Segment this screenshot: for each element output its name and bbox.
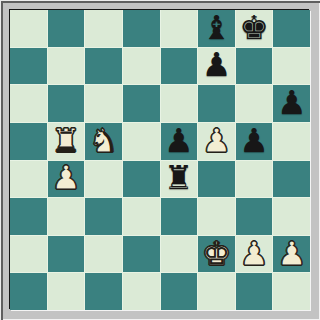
piece-white-pawn[interactable]: ♟ <box>239 237 269 270</box>
square-f6[interactable] <box>198 85 235 122</box>
square-h3[interactable] <box>273 198 310 235</box>
square-b4[interactable]: ♟ <box>48 161 85 198</box>
square-d4[interactable] <box>123 161 160 198</box>
square-a6[interactable] <box>10 85 47 122</box>
square-e4[interactable]: ♜ <box>161 161 198 198</box>
square-c5[interactable]: ♞ <box>85 123 122 160</box>
square-a5[interactable] <box>10 123 47 160</box>
square-a1[interactable] <box>10 273 47 310</box>
square-f5[interactable]: ♟ <box>198 123 235 160</box>
chess-board: ♝♚♟♟♜♞♟♟♟♟♜♚♟♟ <box>10 10 310 310</box>
square-d3[interactable] <box>123 198 160 235</box>
square-e6[interactable] <box>161 85 198 122</box>
piece-black-bishop[interactable]: ♝ <box>202 11 232 44</box>
square-e2[interactable] <box>161 236 198 273</box>
piece-white-pawn[interactable]: ♟ <box>277 237 307 270</box>
square-h2[interactable]: ♟ <box>273 236 310 273</box>
piece-black-pawn[interactable]: ♟ <box>239 124 269 157</box>
square-h1[interactable] <box>273 273 310 310</box>
piece-black-pawn[interactable]: ♟ <box>164 124 194 157</box>
square-c3[interactable] <box>85 198 122 235</box>
piece-white-rook[interactable]: ♜ <box>51 124 81 157</box>
square-g8[interactable]: ♚ <box>236 10 273 47</box>
square-c2[interactable] <box>85 236 122 273</box>
square-g3[interactable] <box>236 198 273 235</box>
square-e3[interactable] <box>161 198 198 235</box>
square-d7[interactable] <box>123 48 160 85</box>
square-b3[interactable] <box>48 198 85 235</box>
square-b8[interactable] <box>48 10 85 47</box>
board-frame: ♝♚♟♟♜♞♟♟♟♟♜♚♟♟ <box>0 0 320 320</box>
square-d6[interactable] <box>123 85 160 122</box>
square-g6[interactable] <box>236 85 273 122</box>
square-b7[interactable] <box>48 48 85 85</box>
square-b6[interactable] <box>48 85 85 122</box>
square-f7[interactable]: ♟ <box>198 48 235 85</box>
square-f4[interactable] <box>198 161 235 198</box>
square-g2[interactable]: ♟ <box>236 236 273 273</box>
square-d8[interactable] <box>123 10 160 47</box>
square-d1[interactable] <box>123 273 160 310</box>
square-a3[interactable] <box>10 198 47 235</box>
square-h6[interactable]: ♟ <box>273 85 310 122</box>
square-f8[interactable]: ♝ <box>198 10 235 47</box>
piece-white-king[interactable]: ♚ <box>202 237 232 270</box>
square-g1[interactable] <box>236 273 273 310</box>
square-e8[interactable] <box>161 10 198 47</box>
square-h7[interactable] <box>273 48 310 85</box>
square-h5[interactable] <box>273 123 310 160</box>
square-a8[interactable] <box>10 10 47 47</box>
square-b1[interactable] <box>48 273 85 310</box>
square-e5[interactable]: ♟ <box>161 123 198 160</box>
piece-white-pawn[interactable]: ♟ <box>51 161 81 194</box>
square-e1[interactable] <box>161 273 198 310</box>
piece-black-rook[interactable]: ♜ <box>164 161 194 194</box>
square-b5[interactable]: ♜ <box>48 123 85 160</box>
square-b2[interactable] <box>48 236 85 273</box>
square-a7[interactable] <box>10 48 47 85</box>
square-f2[interactable]: ♚ <box>198 236 235 273</box>
square-g4[interactable] <box>236 161 273 198</box>
square-c1[interactable] <box>85 273 122 310</box>
piece-white-pawn[interactable]: ♟ <box>202 124 232 157</box>
square-h4[interactable] <box>273 161 310 198</box>
piece-black-pawn[interactable]: ♟ <box>202 48 232 81</box>
square-a4[interactable] <box>10 161 47 198</box>
square-c8[interactable] <box>85 10 122 47</box>
square-d2[interactable] <box>123 236 160 273</box>
square-d5[interactable] <box>123 123 160 160</box>
square-c6[interactable] <box>85 85 122 122</box>
square-g5[interactable]: ♟ <box>236 123 273 160</box>
square-h8[interactable] <box>273 10 310 47</box>
square-c4[interactable] <box>85 161 122 198</box>
square-f1[interactable] <box>198 273 235 310</box>
square-a2[interactable] <box>10 236 47 273</box>
square-f3[interactable] <box>198 198 235 235</box>
square-g7[interactable] <box>236 48 273 85</box>
piece-black-pawn[interactable]: ♟ <box>277 86 307 119</box>
piece-white-knight[interactable]: ♞ <box>89 124 119 157</box>
square-e7[interactable] <box>161 48 198 85</box>
piece-black-king[interactable]: ♚ <box>239 11 269 44</box>
square-c7[interactable] <box>85 48 122 85</box>
